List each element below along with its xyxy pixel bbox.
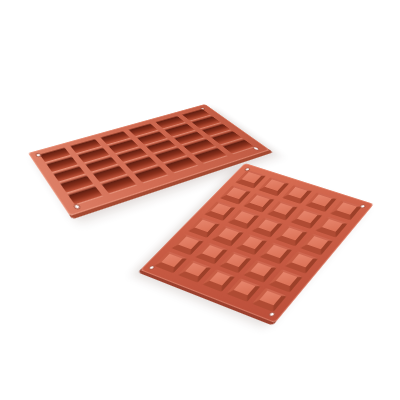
bump-grid [154, 170, 362, 312]
mold-bump [300, 234, 333, 256]
corner-hole [72, 203, 81, 210]
corner-hole [268, 311, 277, 317]
mold-bump [252, 288, 287, 312]
mold-bump [269, 269, 303, 292]
mold-bump [315, 217, 347, 238]
mold-bump [285, 251, 318, 273]
corner-hole [251, 146, 261, 151]
mold-bump [330, 200, 362, 220]
product-photo [0, 0, 400, 400]
silicone-mold-bump-side [140, 163, 374, 323]
corner-hole [148, 265, 156, 271]
